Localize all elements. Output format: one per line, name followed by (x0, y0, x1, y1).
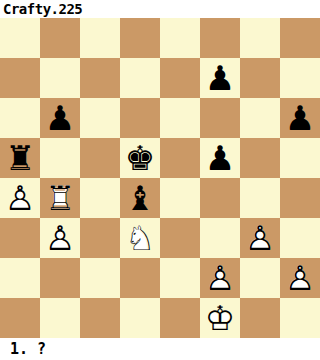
square-h7[interactable] (280, 58, 320, 98)
square-e4[interactable] (160, 178, 200, 218)
square-c6[interactable] (80, 98, 120, 138)
square-f2[interactable]: ♟♙ (200, 258, 240, 298)
square-c5[interactable] (80, 138, 120, 178)
square-f8[interactable] (200, 18, 240, 58)
square-c7[interactable] (80, 58, 120, 98)
square-e8[interactable] (160, 18, 200, 58)
square-g6[interactable] (240, 98, 280, 138)
square-f3[interactable] (200, 218, 240, 258)
square-f5[interactable]: ♟ (200, 138, 240, 178)
square-c8[interactable] (80, 18, 120, 58)
square-d7[interactable] (120, 58, 160, 98)
square-c1[interactable] (80, 298, 120, 338)
square-e6[interactable] (160, 98, 200, 138)
square-a2[interactable] (0, 258, 40, 298)
black-bishop[interactable]: ♝ (120, 178, 160, 218)
square-e7[interactable] (160, 58, 200, 98)
square-d5[interactable]: ♚ (120, 138, 160, 178)
square-g3[interactable]: ♟♙ (240, 218, 280, 258)
window-title: Crafty.225 (0, 0, 320, 18)
square-h2[interactable]: ♟♙ (280, 258, 320, 298)
white-pawn-outline: ♙ (40, 218, 80, 258)
white-rook-outline: ♖ (40, 178, 80, 218)
square-g7[interactable] (240, 58, 280, 98)
square-h1[interactable] (280, 298, 320, 338)
square-g4[interactable] (240, 178, 280, 218)
square-a3[interactable] (0, 218, 40, 258)
square-e3[interactable] (160, 218, 200, 258)
square-f4[interactable] (200, 178, 240, 218)
square-g2[interactable] (240, 258, 280, 298)
square-h5[interactable] (280, 138, 320, 178)
square-d8[interactable] (120, 18, 160, 58)
white-knight-outline: ♘ (120, 218, 160, 258)
square-d3[interactable]: ♞♘ (120, 218, 160, 258)
black-pawn[interactable]: ♟ (200, 58, 240, 98)
square-b6[interactable]: ♟ (40, 98, 80, 138)
square-g5[interactable] (240, 138, 280, 178)
square-a8[interactable] (0, 18, 40, 58)
black-pawn[interactable]: ♟ (40, 98, 80, 138)
square-b5[interactable] (40, 138, 80, 178)
square-c3[interactable] (80, 218, 120, 258)
white-king-outline: ♔ (200, 298, 240, 338)
square-e2[interactable] (160, 258, 200, 298)
square-c4[interactable] (80, 178, 120, 218)
square-g8[interactable] (240, 18, 280, 58)
square-e1[interactable] (160, 298, 200, 338)
square-a4[interactable]: ♟♙ (0, 178, 40, 218)
square-a1[interactable] (0, 298, 40, 338)
square-d2[interactable] (120, 258, 160, 298)
square-d4[interactable]: ♝ (120, 178, 160, 218)
square-h4[interactable] (280, 178, 320, 218)
square-b7[interactable] (40, 58, 80, 98)
white-pawn-outline: ♙ (0, 178, 40, 218)
square-h8[interactable] (280, 18, 320, 58)
move-prompt: 1. ? (0, 338, 320, 360)
square-a6[interactable] (0, 98, 40, 138)
board: ♟♟♟♜♚♟♟♙♜♖♝♟♙♞♘♟♙♟♙♟♙♚♔ (0, 18, 320, 338)
square-f6[interactable] (200, 98, 240, 138)
black-rook[interactable]: ♜ (0, 138, 40, 178)
white-pawn-outline: ♙ (200, 258, 240, 298)
square-h3[interactable] (280, 218, 320, 258)
square-c2[interactable] (80, 258, 120, 298)
square-h6[interactable]: ♟ (280, 98, 320, 138)
square-e5[interactable] (160, 138, 200, 178)
square-b2[interactable] (40, 258, 80, 298)
square-b8[interactable] (40, 18, 80, 58)
black-pawn[interactable]: ♟ (200, 138, 240, 178)
square-a7[interactable] (0, 58, 40, 98)
square-d6[interactable] (120, 98, 160, 138)
square-b1[interactable] (40, 298, 80, 338)
square-d1[interactable] (120, 298, 160, 338)
black-king[interactable]: ♚ (120, 138, 160, 178)
black-pawn[interactable]: ♟ (280, 98, 320, 138)
white-pawn-outline: ♙ (240, 218, 280, 258)
square-g1[interactable] (240, 298, 280, 338)
square-f7[interactable]: ♟ (200, 58, 240, 98)
square-b3[interactable]: ♟♙ (40, 218, 80, 258)
square-f1[interactable]: ♚♔ (200, 298, 240, 338)
white-pawn-outline: ♙ (280, 258, 320, 298)
square-b4[interactable]: ♜♖ (40, 178, 80, 218)
square-a5[interactable]: ♜ (0, 138, 40, 178)
